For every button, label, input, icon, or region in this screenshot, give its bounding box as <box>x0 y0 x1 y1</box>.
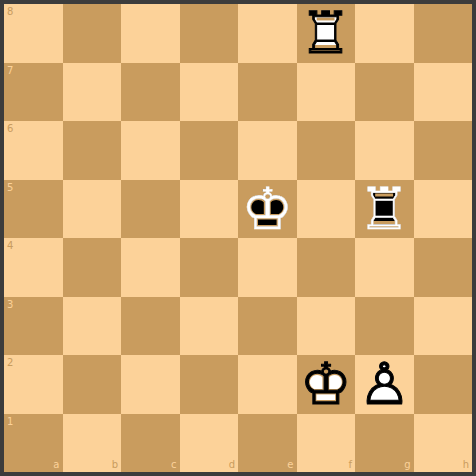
square-b4[interactable] <box>63 238 122 297</box>
square-f6[interactable] <box>297 121 356 180</box>
piece-white-pawn-g2[interactable]: ♟♙ <box>355 355 414 414</box>
file-label-g: g <box>404 460 410 470</box>
square-g5[interactable]: ♜♖ <box>355 180 414 239</box>
square-h6[interactable] <box>414 121 473 180</box>
square-b8[interactable] <box>63 4 122 63</box>
square-e6[interactable] <box>238 121 297 180</box>
square-g6[interactable] <box>355 121 414 180</box>
file-label-f: f <box>348 460 352 470</box>
square-d2[interactable] <box>180 355 239 414</box>
square-c7[interactable] <box>121 63 180 122</box>
rank-label-4: 4 <box>7 241 13 251</box>
square-a6[interactable]: 6 <box>4 121 63 180</box>
square-g1[interactable]: g <box>355 414 414 473</box>
square-f1[interactable]: f <box>297 414 356 473</box>
square-c4[interactable] <box>121 238 180 297</box>
file-label-b: b <box>112 460 118 470</box>
square-d4[interactable] <box>180 238 239 297</box>
square-f4[interactable] <box>297 238 356 297</box>
square-b6[interactable] <box>63 121 122 180</box>
chess-board-stage: 8♜♖765♚♔♜♖432♚♔♟♙1abcdefgh <box>0 0 476 476</box>
square-d3[interactable] <box>180 297 239 356</box>
square-d5[interactable] <box>180 180 239 239</box>
piece-white-king-f2[interactable]: ♚♔ <box>297 355 356 414</box>
rank-label-3: 3 <box>7 300 13 310</box>
square-a8[interactable]: 8 <box>4 4 63 63</box>
file-label-c: c <box>171 460 177 470</box>
rank-label-7: 7 <box>7 66 13 76</box>
white-rook-outline-glyph: ♖ <box>297 4 356 63</box>
square-h7[interactable] <box>414 63 473 122</box>
square-b1[interactable]: b <box>63 414 122 473</box>
square-d8[interactable] <box>180 4 239 63</box>
square-a3[interactable]: 3 <box>4 297 63 356</box>
square-g7[interactable] <box>355 63 414 122</box>
square-b2[interactable] <box>63 355 122 414</box>
square-d1[interactable]: d <box>180 414 239 473</box>
piece-black-king-e5[interactable]: ♚♔ <box>238 180 297 239</box>
square-c5[interactable] <box>121 180 180 239</box>
square-h2[interactable] <box>414 355 473 414</box>
white-pawn-outline-glyph: ♙ <box>355 355 414 414</box>
square-h1[interactable]: h <box>414 414 473 473</box>
square-f7[interactable] <box>297 63 356 122</box>
square-f2[interactable]: ♚♔ <box>297 355 356 414</box>
square-a1[interactable]: 1a <box>4 414 63 473</box>
square-a7[interactable]: 7 <box>4 63 63 122</box>
square-h8[interactable] <box>414 4 473 63</box>
piece-white-rook-f8[interactable]: ♜♖ <box>297 4 356 63</box>
square-c3[interactable] <box>121 297 180 356</box>
file-label-a: a <box>53 460 59 470</box>
square-g8[interactable] <box>355 4 414 63</box>
square-e8[interactable] <box>238 4 297 63</box>
square-e4[interactable] <box>238 238 297 297</box>
file-label-h: h <box>463 460 469 470</box>
square-f8[interactable]: ♜♖ <box>297 4 356 63</box>
square-b3[interactable] <box>63 297 122 356</box>
square-d6[interactable] <box>180 121 239 180</box>
square-a2[interactable]: 2 <box>4 355 63 414</box>
rank-label-2: 2 <box>7 358 13 368</box>
square-c6[interactable] <box>121 121 180 180</box>
square-e1[interactable]: e <box>238 414 297 473</box>
black-king-outline-glyph: ♔ <box>238 180 297 239</box>
file-label-d: d <box>229 460 235 470</box>
rank-label-6: 6 <box>7 124 13 134</box>
square-h5[interactable] <box>414 180 473 239</box>
file-label-e: e <box>287 460 293 470</box>
piece-black-rook-g5[interactable]: ♜♖ <box>355 180 414 239</box>
square-b5[interactable] <box>63 180 122 239</box>
rank-label-8: 8 <box>7 7 13 17</box>
square-b7[interactable] <box>63 63 122 122</box>
square-f5[interactable] <box>297 180 356 239</box>
square-f3[interactable] <box>297 297 356 356</box>
square-e5[interactable]: ♚♔ <box>238 180 297 239</box>
chess-board: 8♜♖765♚♔♜♖432♚♔♟♙1abcdefgh <box>0 0 476 476</box>
black-rook-outline-glyph: ♖ <box>355 180 414 239</box>
square-c1[interactable]: c <box>121 414 180 473</box>
square-e2[interactable] <box>238 355 297 414</box>
square-e7[interactable] <box>238 63 297 122</box>
rank-label-5: 5 <box>7 183 13 193</box>
square-a5[interactable]: 5 <box>4 180 63 239</box>
square-g2[interactable]: ♟♙ <box>355 355 414 414</box>
square-a4[interactable]: 4 <box>4 238 63 297</box>
square-c8[interactable] <box>121 4 180 63</box>
square-c2[interactable] <box>121 355 180 414</box>
square-g3[interactable] <box>355 297 414 356</box>
square-g4[interactable] <box>355 238 414 297</box>
white-king-outline-glyph: ♔ <box>297 355 356 414</box>
square-h4[interactable] <box>414 238 473 297</box>
square-d7[interactable] <box>180 63 239 122</box>
rank-label-1: 1 <box>7 417 13 427</box>
square-h3[interactable] <box>414 297 473 356</box>
square-e3[interactable] <box>238 297 297 356</box>
